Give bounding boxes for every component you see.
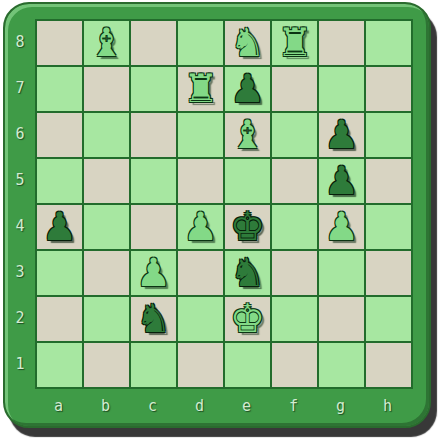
square-g5[interactable]: ♟ (319, 159, 364, 203)
square-b8[interactable]: ♝ (84, 21, 129, 65)
square-g1[interactable] (319, 343, 364, 387)
square-f8[interactable]: ♜ (272, 21, 317, 65)
piece-white-pawn[interactable]: ♟ (136, 251, 171, 295)
piece-black-knight[interactable]: ♞ (230, 251, 265, 295)
square-e5[interactable] (225, 159, 270, 203)
square-a6[interactable] (37, 113, 82, 157)
square-e3[interactable]: ♞ (225, 251, 270, 295)
square-g4[interactable]: ♟ (319, 205, 364, 249)
file-labels: abcdefgh (35, 391, 411, 421)
square-h7[interactable] (366, 67, 411, 111)
square-h8[interactable] (366, 21, 411, 65)
square-b7[interactable] (84, 67, 129, 111)
square-a8[interactable] (37, 21, 82, 65)
rank-labels: 87654321 (5, 19, 35, 387)
piece-white-rook[interactable]: ♜ (183, 67, 218, 111)
rank-label-7: 7 (5, 65, 35, 111)
rank-label-2: 2 (5, 295, 35, 341)
square-e7[interactable]: ♟ (225, 67, 270, 111)
square-a5[interactable] (37, 159, 82, 203)
square-c7[interactable] (131, 67, 176, 111)
square-c1[interactable] (131, 343, 176, 387)
piece-black-pawn[interactable]: ♟ (42, 205, 77, 249)
square-f4[interactable] (272, 205, 317, 249)
square-d5[interactable] (178, 159, 223, 203)
square-g8[interactable] (319, 21, 364, 65)
square-b6[interactable] (84, 113, 129, 157)
square-e1[interactable] (225, 343, 270, 387)
square-f2[interactable] (272, 297, 317, 341)
square-f6[interactable] (272, 113, 317, 157)
piece-black-pawn[interactable]: ♟ (230, 67, 265, 111)
piece-white-bishop[interactable]: ♝ (230, 113, 265, 157)
square-c8[interactable] (131, 21, 176, 65)
piece-white-pawn[interactable]: ♟ (324, 205, 359, 249)
square-a4[interactable]: ♟ (37, 205, 82, 249)
square-b3[interactable] (84, 251, 129, 295)
rank-label-1: 1 (5, 341, 35, 387)
square-f5[interactable] (272, 159, 317, 203)
piece-black-pawn[interactable]: ♟ (324, 113, 359, 157)
piece-white-pawn[interactable]: ♟ (183, 205, 218, 249)
square-a1[interactable] (37, 343, 82, 387)
file-label-g: g (317, 391, 364, 421)
square-d7[interactable]: ♜ (178, 67, 223, 111)
square-f7[interactable] (272, 67, 317, 111)
square-c4[interactable] (131, 205, 176, 249)
square-d2[interactable] (178, 297, 223, 341)
rank-label-5: 5 (5, 157, 35, 203)
square-e2[interactable]: ♚ (225, 297, 270, 341)
file-label-a: a (35, 391, 82, 421)
square-b1[interactable] (84, 343, 129, 387)
square-a7[interactable] (37, 67, 82, 111)
square-d8[interactable] (178, 21, 223, 65)
square-e8[interactable]: ♞ (225, 21, 270, 65)
file-label-f: f (270, 391, 317, 421)
chess-board: ♝♞♜♜♟♝♟♟♟♟♚♟♟♞♞♚ (35, 19, 413, 389)
square-b2[interactable] (84, 297, 129, 341)
square-b4[interactable] (84, 205, 129, 249)
rank-label-6: 6 (5, 111, 35, 157)
square-h5[interactable] (366, 159, 411, 203)
file-label-d: d (176, 391, 223, 421)
piece-white-rook[interactable]: ♜ (277, 21, 312, 65)
square-d1[interactable] (178, 343, 223, 387)
rank-label-4: 4 (5, 203, 35, 249)
square-e6[interactable]: ♝ (225, 113, 270, 157)
square-f1[interactable] (272, 343, 317, 387)
file-label-e: e (223, 391, 270, 421)
piece-black-knight[interactable]: ♞ (136, 297, 171, 341)
piece-white-bishop[interactable]: ♝ (89, 21, 124, 65)
square-c2[interactable]: ♞ (131, 297, 176, 341)
board-frame: 87654321 abcdefgh ♝♞♜♜♟♝♟♟♟♟♚♟♟♞♞♚ (3, 2, 431, 428)
square-h2[interactable] (366, 297, 411, 341)
rank-label-8: 8 (5, 19, 35, 65)
square-h6[interactable] (366, 113, 411, 157)
square-a2[interactable] (37, 297, 82, 341)
square-h3[interactable] (366, 251, 411, 295)
square-c3[interactable]: ♟ (131, 251, 176, 295)
square-e4[interactable]: ♚ (225, 205, 270, 249)
square-g6[interactable]: ♟ (319, 113, 364, 157)
square-g7[interactable] (319, 67, 364, 111)
piece-black-pawn[interactable]: ♟ (324, 159, 359, 203)
square-c6[interactable] (131, 113, 176, 157)
file-label-h: h (364, 391, 411, 421)
square-h4[interactable] (366, 205, 411, 249)
square-d3[interactable] (178, 251, 223, 295)
file-label-b: b (82, 391, 129, 421)
square-c5[interactable] (131, 159, 176, 203)
square-f3[interactable] (272, 251, 317, 295)
piece-black-king[interactable]: ♚ (230, 205, 265, 249)
square-b5[interactable] (84, 159, 129, 203)
square-d4[interactable]: ♟ (178, 205, 223, 249)
square-g3[interactable] (319, 251, 364, 295)
square-h1[interactable] (366, 343, 411, 387)
rank-label-3: 3 (5, 249, 35, 295)
square-d6[interactable] (178, 113, 223, 157)
piece-white-knight[interactable]: ♞ (230, 21, 265, 65)
square-g2[interactable] (319, 297, 364, 341)
file-label-c: c (129, 391, 176, 421)
piece-white-king[interactable]: ♚ (230, 297, 265, 341)
square-a3[interactable] (37, 251, 82, 295)
